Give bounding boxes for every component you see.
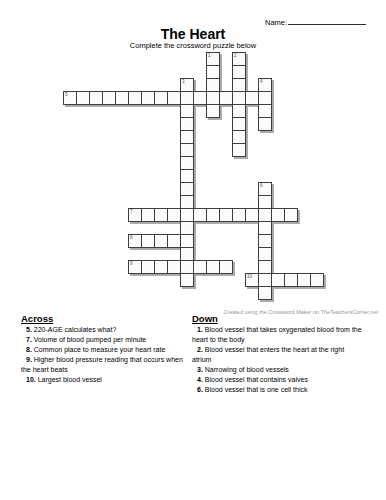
page-subtitle: Complete the crossword puzzle below xyxy=(0,41,386,50)
crossword-cell[interactable] xyxy=(310,273,324,287)
crossword-cell[interactable] xyxy=(271,208,285,222)
crossword-cell[interactable]: 1 xyxy=(206,52,220,66)
crossword-cell[interactable] xyxy=(206,65,220,79)
crossword-cell[interactable] xyxy=(258,247,272,261)
crossword-cell[interactable] xyxy=(180,273,194,287)
down-clue-4: 4. Blood vessel that contains valves xyxy=(192,375,380,385)
clue-text-line: 9. Higher blood pressure reading that oc… xyxy=(21,355,197,365)
worksheet-page: Name: The Heart Complete the crossword p… xyxy=(0,0,386,500)
crossword-cell[interactable] xyxy=(180,247,194,261)
crossword-cell[interactable] xyxy=(232,104,246,118)
clue-number: 6 xyxy=(260,183,263,188)
clue-list-number: 5. xyxy=(26,326,32,333)
crossword-cell[interactable] xyxy=(180,117,194,131)
crossword-cell[interactable] xyxy=(141,260,155,274)
crossword-cell[interactable] xyxy=(258,208,272,222)
crossword-cell[interactable]: 5 xyxy=(63,91,77,105)
clue-text-line: heart to the body xyxy=(192,335,380,345)
crossword-cell[interactable] xyxy=(193,208,207,222)
crossword-cell[interactable] xyxy=(180,156,194,170)
clue-number: 4 xyxy=(260,79,263,84)
down-clue-2: 2. Blood vessel that enters the heart at… xyxy=(192,345,380,365)
crossword-cell[interactable] xyxy=(180,195,194,209)
crossword-cell[interactable] xyxy=(232,208,246,222)
name-blank-line xyxy=(288,17,366,25)
crossword-cell[interactable] xyxy=(154,234,168,248)
clue-number: 10 xyxy=(247,274,252,279)
crossword-cell[interactable] xyxy=(141,91,155,105)
crossword-cell[interactable] xyxy=(284,208,298,222)
crossword-cell[interactable] xyxy=(206,104,220,118)
clue-number: 1 xyxy=(208,53,211,58)
crossword-cell[interactable] xyxy=(193,260,207,274)
crossword-cell[interactable]: 3 xyxy=(180,78,194,92)
crossword-cell[interactable] xyxy=(258,117,272,131)
crossword-cell[interactable]: 7 xyxy=(128,208,142,222)
crossword-cell[interactable] xyxy=(180,208,194,222)
clue-text-line: 2. Blood vessel that enters the heart at… xyxy=(192,345,380,355)
across-clue-5: 5. 220-AGE calculates what? xyxy=(21,325,197,335)
crossword-cell[interactable] xyxy=(245,208,259,222)
crossword-cell[interactable] xyxy=(206,208,220,222)
crossword-cell[interactable]: 10 xyxy=(245,273,259,287)
crossword-cell[interactable] xyxy=(180,91,194,105)
crossword-cell[interactable] xyxy=(128,91,142,105)
crossword-cell[interactable] xyxy=(232,143,246,157)
clue-number: 5 xyxy=(65,92,68,97)
clue-number: 7 xyxy=(130,209,133,214)
down-clues-section: Down 1. Blood vessel that takes oxygenat… xyxy=(192,313,380,395)
clue-text-line: atrium xyxy=(192,355,380,365)
clue-text-line: 3. Narrowing of blood vessels xyxy=(192,365,380,375)
clue-list-number: 8. xyxy=(26,346,32,353)
crossword-cell[interactable] xyxy=(271,273,285,287)
crossword-cell[interactable] xyxy=(206,91,220,105)
across-clues-section: Across 5. 220-AGE calculates what?7. Vol… xyxy=(21,313,197,385)
clue-list-number: 4. xyxy=(197,376,203,383)
crossword-cell[interactable] xyxy=(154,260,168,274)
crossword-cell[interactable] xyxy=(180,130,194,144)
across-heading: Across xyxy=(21,313,197,324)
crossword-cell[interactable] xyxy=(258,195,272,209)
crossword-cell[interactable] xyxy=(232,78,246,92)
clue-list-number: 7. xyxy=(26,336,32,343)
down-clue-3: 3. Narrowing of blood vessels xyxy=(192,365,380,375)
crossword-cell[interactable] xyxy=(245,91,259,105)
clue-number: 3 xyxy=(182,79,185,84)
crossword-cell[interactable] xyxy=(180,260,194,274)
across-clue-8: 8. Common place to measure your heart ra… xyxy=(21,345,197,355)
crossword-cell[interactable] xyxy=(141,208,155,222)
clue-list-number: 2. xyxy=(197,346,203,353)
clue-text-line: 5. 220-AGE calculates what? xyxy=(21,325,197,335)
crossword-cell[interactable] xyxy=(206,78,220,92)
crossword-cell[interactable] xyxy=(193,91,207,105)
crossword-cell[interactable] xyxy=(258,273,272,287)
clue-text-line: 1. Blood vessel that takes oxygenated bl… xyxy=(192,325,380,335)
crossword-cell[interactable] xyxy=(258,260,272,274)
crossword-cell[interactable] xyxy=(297,273,311,287)
crossword-cell[interactable] xyxy=(180,104,194,118)
crossword-cell[interactable] xyxy=(167,260,181,274)
crossword-cell[interactable] xyxy=(180,143,194,157)
down-clue-1: 1. Blood vessel that takes oxygenated bl… xyxy=(192,325,380,345)
clue-list-number: 10. xyxy=(26,376,36,383)
crossword-cell[interactable] xyxy=(180,169,194,183)
crossword-cell[interactable] xyxy=(258,286,272,300)
page-title: The Heart xyxy=(0,26,386,42)
across-clue-10: 10. Largest blood vessel xyxy=(21,375,197,385)
crossword-cell[interactable] xyxy=(258,91,272,105)
crossword-cell[interactable] xyxy=(76,91,90,105)
clue-number: 2 xyxy=(234,53,237,58)
crossword-cell[interactable] xyxy=(102,91,116,105)
crossword-cell[interactable] xyxy=(232,130,246,144)
clue-text-line: the heart beats xyxy=(21,365,197,375)
crossword-cell[interactable]: 8 xyxy=(128,234,142,248)
across-clue-7: 7. Volume of blood pumped per minute xyxy=(21,335,197,345)
clue-text-line: 6. Blood vessel that is one cell thick xyxy=(192,385,380,395)
crossword-cell[interactable] xyxy=(180,234,194,248)
down-clue-6: 6. Blood vessel that is one cell thick xyxy=(192,385,380,395)
crossword-cell[interactable] xyxy=(232,65,246,79)
crossword-cell[interactable]: 6 xyxy=(258,182,272,196)
clue-list-number: 3. xyxy=(197,366,203,373)
crossword-cell[interactable] xyxy=(219,208,233,222)
clue-list-number: 6. xyxy=(197,386,203,393)
crossword-cell[interactable] xyxy=(115,91,129,105)
crossword-cell[interactable] xyxy=(219,260,233,274)
crossword-cell[interactable] xyxy=(219,91,233,105)
crossword-cell[interactable] xyxy=(167,234,181,248)
crossword-cell[interactable]: 4 xyxy=(258,78,272,92)
crossword-cell[interactable] xyxy=(180,182,194,196)
clue-number: 9 xyxy=(130,261,133,266)
crossword-cell[interactable] xyxy=(180,221,194,235)
crossword-cell[interactable] xyxy=(206,260,220,274)
crossword-cell[interactable] xyxy=(232,91,246,105)
crossword-cell[interactable] xyxy=(167,208,181,222)
crossword-cell[interactable] xyxy=(258,234,272,248)
crossword-cell[interactable] xyxy=(154,91,168,105)
crossword-cell[interactable] xyxy=(232,117,246,131)
clue-text-line: 7. Volume of blood pumped per minute xyxy=(21,335,197,345)
crossword-cell[interactable] xyxy=(167,91,181,105)
crossword-cell[interactable] xyxy=(89,91,103,105)
crossword-cell[interactable]: 9 xyxy=(128,260,142,274)
clue-number: 8 xyxy=(130,235,133,240)
crossword-cell[interactable] xyxy=(258,104,272,118)
crossword-cell[interactable] xyxy=(258,221,272,235)
clue-text-line: 4. Blood vessel that contains valves xyxy=(192,375,380,385)
down-heading: Down xyxy=(192,313,380,324)
down-clue-list: 1. Blood vessel that takes oxygenated bl… xyxy=(192,325,380,395)
clue-list-number: 9. xyxy=(26,356,32,363)
crossword-cell[interactable] xyxy=(284,273,298,287)
across-clue-list: 5. 220-AGE calculates what?7. Volume of … xyxy=(21,325,197,385)
clue-text-line: 8. Common place to measure your heart ra… xyxy=(21,345,197,355)
crossword-cell[interactable] xyxy=(154,208,168,222)
crossword-grid: 12345678910 xyxy=(63,52,325,300)
across-clue-9: 9. Higher blood pressure reading that oc… xyxy=(21,355,197,375)
clue-list-number: 1. xyxy=(197,326,203,333)
crossword-cell[interactable] xyxy=(141,234,155,248)
crossword-cell[interactable]: 2 xyxy=(232,52,246,66)
clue-text-line: 10. Largest blood vessel xyxy=(21,375,197,385)
